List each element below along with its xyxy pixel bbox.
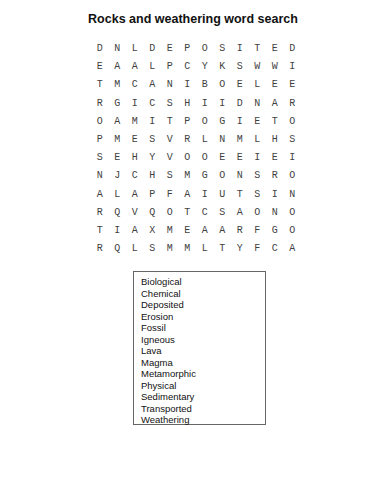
grid-cell-r4c5: S bbox=[161, 95, 179, 113]
grid-cell-r6c11: H bbox=[266, 131, 284, 149]
grid-cell-r1c6: P bbox=[179, 40, 197, 58]
grid-cell-r12c4: S bbox=[144, 240, 162, 258]
grid-cell-r3c3: C bbox=[126, 76, 144, 94]
grid-cell-r2c4: L bbox=[144, 58, 162, 76]
grid-cell-r4c2: G bbox=[109, 95, 127, 113]
grid-cell-r1c2: N bbox=[109, 40, 127, 58]
grid-cell-r3c4: A bbox=[144, 76, 162, 94]
word-list-item: Chemical bbox=[141, 288, 265, 300]
grid-cell-r12c9: Y bbox=[231, 240, 249, 258]
grid-cell-r6c4: S bbox=[144, 131, 162, 149]
grid-cell-r5c9: I bbox=[231, 113, 249, 131]
grid-cell-r9c4: P bbox=[144, 186, 162, 204]
grid-cell-r6c10: L bbox=[249, 131, 267, 149]
grid-cell-r2c7: Y bbox=[196, 58, 214, 76]
word-list-item: Lava bbox=[141, 345, 265, 357]
grid-cell-r10c5: O bbox=[161, 204, 179, 222]
grid-cell-r12c11: C bbox=[266, 240, 284, 258]
grid-cell-r4c4: C bbox=[144, 95, 162, 113]
grid-cell-r2c1: E bbox=[91, 58, 109, 76]
grid-cell-r12c10: F bbox=[249, 240, 267, 258]
grid-cell-r1c9: I bbox=[231, 40, 249, 58]
grid-cell-r7c10: I bbox=[249, 149, 267, 167]
grid-cell-r4c3: I bbox=[126, 95, 144, 113]
grid-cell-r5c4: I bbox=[144, 113, 162, 131]
word-list-box: BiologicalChemicalDepositedErosionFossil… bbox=[133, 271, 266, 425]
grid-cell-r3c12: E bbox=[284, 76, 302, 94]
word-list-item: Metamorphic bbox=[141, 368, 265, 380]
grid-cell-r8c10: S bbox=[249, 167, 267, 185]
grid-cell-r8c5: S bbox=[161, 167, 179, 185]
grid-cell-r1c11: E bbox=[266, 40, 284, 58]
grid-cell-r4c12: R bbox=[284, 95, 302, 113]
grid-cell-r11c10: F bbox=[249, 222, 267, 240]
grid-cell-r9c9: T bbox=[231, 186, 249, 204]
grid-cell-r1c3: L bbox=[126, 40, 144, 58]
grid-cell-r8c3: C bbox=[126, 167, 144, 185]
word-list-item: Weathering bbox=[141, 414, 265, 426]
grid-cell-r10c11: N bbox=[266, 204, 284, 222]
grid-cell-r7c8: E bbox=[214, 149, 232, 167]
grid-cell-r5c5: T bbox=[161, 113, 179, 131]
grid-cell-r8c8: O bbox=[214, 167, 232, 185]
grid-cell-r1c1: D bbox=[91, 40, 109, 58]
grid-cell-r2c8: K bbox=[214, 58, 232, 76]
grid-cell-r4c11: A bbox=[266, 95, 284, 113]
grid-cell-r4c9: D bbox=[231, 95, 249, 113]
word-list-item: Deposited bbox=[141, 299, 265, 311]
word-search-grid: DNLDEPOSITEDEAALPCYKSWWITMCANIBOELEERGIC… bbox=[91, 40, 301, 258]
grid-cell-r7c11: E bbox=[266, 149, 284, 167]
grid-cell-r11c8: A bbox=[214, 222, 232, 240]
grid-cell-r2c10: W bbox=[249, 58, 267, 76]
grid-cell-r8c6: M bbox=[179, 167, 197, 185]
page-title: Rocks and weathering word search bbox=[0, 12, 386, 26]
grid-cell-r12c8: T bbox=[214, 240, 232, 258]
grid-cell-r2c11: W bbox=[266, 58, 284, 76]
grid-cell-r8c11: R bbox=[266, 167, 284, 185]
grid-cell-r7c5: V bbox=[161, 149, 179, 167]
word-list-item: Physical bbox=[141, 380, 265, 392]
grid-cell-r7c4: Y bbox=[144, 149, 162, 167]
grid-cell-r12c6: M bbox=[179, 240, 197, 258]
grid-cell-r10c2: Q bbox=[109, 204, 127, 222]
grid-cell-r11c11: G bbox=[266, 222, 284, 240]
grid-cell-r11c2: I bbox=[109, 222, 127, 240]
grid-cell-r12c7: L bbox=[196, 240, 214, 258]
grid-cell-r9c6: A bbox=[179, 186, 197, 204]
grid-cell-r9c11: I bbox=[266, 186, 284, 204]
grid-cell-r11c7: A bbox=[196, 222, 214, 240]
grid-cell-r10c6: T bbox=[179, 204, 197, 222]
grid-cell-r5c10: E bbox=[249, 113, 267, 131]
grid-cell-r3c7: B bbox=[196, 76, 214, 94]
grid-cell-r5c7: O bbox=[196, 113, 214, 131]
grid-cell-r12c1: R bbox=[91, 240, 109, 258]
grid-cell-r7c7: O bbox=[196, 149, 214, 167]
grid-cell-r3c6: I bbox=[179, 76, 197, 94]
grid-cell-r10c3: V bbox=[126, 204, 144, 222]
grid-cell-r6c6: R bbox=[179, 131, 197, 149]
grid-cell-r10c8: S bbox=[214, 204, 232, 222]
grid-cell-r2c12: I bbox=[284, 58, 302, 76]
grid-cell-r7c12: I bbox=[284, 149, 302, 167]
grid-cell-r8c9: N bbox=[231, 167, 249, 185]
grid-cell-r10c9: A bbox=[231, 204, 249, 222]
grid-cell-r11c1: T bbox=[91, 222, 109, 240]
grid-cell-r10c10: O bbox=[249, 204, 267, 222]
grid-cell-r12c2: Q bbox=[109, 240, 127, 258]
grid-cell-r5c2: A bbox=[109, 113, 127, 131]
grid-cell-r3c10: L bbox=[249, 76, 267, 94]
grid-cell-r7c1: S bbox=[91, 149, 109, 167]
grid-cell-r4c8: I bbox=[214, 95, 232, 113]
grid-cell-r5c8: G bbox=[214, 113, 232, 131]
grid-cell-r12c5: M bbox=[161, 240, 179, 258]
grid-cell-r2c3: A bbox=[126, 58, 144, 76]
grid-cell-r4c10: N bbox=[249, 95, 267, 113]
grid-cell-r11c4: X bbox=[144, 222, 162, 240]
grid-cell-r11c3: A bbox=[126, 222, 144, 240]
grid-cell-r3c2: M bbox=[109, 76, 127, 94]
grid-cell-r11c12: O bbox=[284, 222, 302, 240]
grid-cell-r2c2: A bbox=[109, 58, 127, 76]
grid-cell-r8c1: N bbox=[91, 167, 109, 185]
grid-cell-r1c5: E bbox=[161, 40, 179, 58]
grid-cell-r11c5: M bbox=[161, 222, 179, 240]
grid-cell-r10c12: O bbox=[284, 204, 302, 222]
grid-cell-r6c3: E bbox=[126, 131, 144, 149]
word-list-item: Biological bbox=[141, 276, 265, 288]
grid-cell-r9c5: F bbox=[161, 186, 179, 204]
grid-cell-r2c6: C bbox=[179, 58, 197, 76]
grid-cell-r3c1: T bbox=[91, 76, 109, 94]
grid-cell-r6c12: S bbox=[284, 131, 302, 149]
grid-cell-r9c2: L bbox=[109, 186, 127, 204]
grid-cell-r6c1: P bbox=[91, 131, 109, 149]
grid-cell-r6c7: L bbox=[196, 131, 214, 149]
grid-cell-r6c2: M bbox=[109, 131, 127, 149]
grid-cell-r5c11: T bbox=[266, 113, 284, 131]
grid-cell-r10c7: C bbox=[196, 204, 214, 222]
grid-cell-r9c3: A bbox=[126, 186, 144, 204]
grid-cell-r10c1: R bbox=[91, 204, 109, 222]
word-list-item: Transported bbox=[141, 403, 265, 415]
grid-cell-r1c8: S bbox=[214, 40, 232, 58]
grid-cell-r7c3: H bbox=[126, 149, 144, 167]
grid-cell-r8c12: O bbox=[284, 167, 302, 185]
word-list-item: Fossil bbox=[141, 322, 265, 334]
grid-cell-r7c6: O bbox=[179, 149, 197, 167]
grid-cell-r3c9: E bbox=[231, 76, 249, 94]
grid-cell-r1c7: O bbox=[196, 40, 214, 58]
grid-cell-r12c3: L bbox=[126, 240, 144, 258]
grid-cell-r4c1: R bbox=[91, 95, 109, 113]
grid-cell-r8c7: G bbox=[196, 167, 214, 185]
word-list: BiologicalChemicalDepositedErosionFossil… bbox=[134, 272, 265, 426]
grid-cell-r2c9: S bbox=[231, 58, 249, 76]
word-list-item: Magma bbox=[141, 357, 265, 369]
word-list-item: Sedimentary bbox=[141, 391, 265, 403]
grid-cell-r9c7: I bbox=[196, 186, 214, 204]
grid-cell-r5c3: M bbox=[126, 113, 144, 131]
grid-cell-r6c9: M bbox=[231, 131, 249, 149]
grid-cell-r11c9: R bbox=[231, 222, 249, 240]
grid-cell-r5c1: O bbox=[91, 113, 109, 131]
grid-cell-r1c4: D bbox=[144, 40, 162, 58]
grid-cell-r3c11: E bbox=[266, 76, 284, 94]
grid-cell-r11c6: E bbox=[179, 222, 197, 240]
grid-cell-r9c12: N bbox=[284, 186, 302, 204]
grid-cell-r12c12: A bbox=[284, 240, 302, 258]
grid-cell-r2c5: P bbox=[161, 58, 179, 76]
grid-cell-r9c1: A bbox=[91, 186, 109, 204]
grid-cell-r1c10: T bbox=[249, 40, 267, 58]
grid-cell-r9c10: S bbox=[249, 186, 267, 204]
grid-cell-r5c12: O bbox=[284, 113, 302, 131]
grid-cell-r3c8: O bbox=[214, 76, 232, 94]
grid-cell-r7c2: E bbox=[109, 149, 127, 167]
grid-cell-r7c9: E bbox=[231, 149, 249, 167]
grid-cell-r1c12: D bbox=[284, 40, 302, 58]
grid-cell-r4c6: H bbox=[179, 95, 197, 113]
word-list-item: Erosion bbox=[141, 311, 265, 323]
grid-cell-r8c2: J bbox=[109, 167, 127, 185]
grid-cell-r8c4: H bbox=[144, 167, 162, 185]
grid-cell-r5c6: P bbox=[179, 113, 197, 131]
grid-cell-r4c7: I bbox=[196, 95, 214, 113]
worksheet-page: Rocks and weathering word search DNLDEPO… bbox=[0, 0, 386, 500]
grid-cell-r9c8: U bbox=[214, 186, 232, 204]
grid-cell-r6c8: N bbox=[214, 131, 232, 149]
grid-cell-r6c5: V bbox=[161, 131, 179, 149]
grid-cell-r10c4: Q bbox=[144, 204, 162, 222]
word-list-item: Igneous bbox=[141, 334, 265, 346]
grid-cell-r3c5: N bbox=[161, 76, 179, 94]
